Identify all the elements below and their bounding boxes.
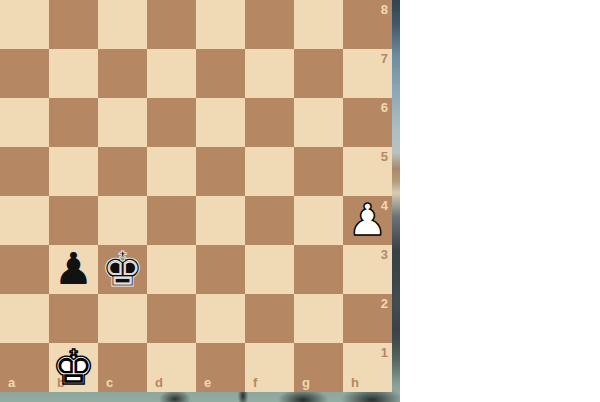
file-label-g: g [302, 376, 310, 389]
square-f6[interactable] [245, 98, 294, 147]
square-h7[interactable]: 7 [343, 49, 392, 98]
square-b4[interactable] [49, 196, 98, 245]
square-f4[interactable] [245, 196, 294, 245]
file-label-f: f [253, 376, 257, 389]
square-g1[interactable]: g [294, 343, 343, 392]
square-b7[interactable] [49, 49, 98, 98]
square-b2[interactable] [49, 294, 98, 343]
square-d6[interactable] [147, 98, 196, 147]
square-f8[interactable] [245, 0, 294, 49]
square-d4[interactable] [147, 196, 196, 245]
square-d1[interactable]: d [147, 343, 196, 392]
rank-label-7: 7 [381, 52, 388, 65]
square-a8[interactable] [0, 0, 49, 49]
square-a5[interactable] [0, 147, 49, 196]
square-a7[interactable] [0, 49, 49, 98]
square-e2[interactable] [196, 294, 245, 343]
square-b3[interactable]: ♟ [49, 245, 98, 294]
square-g5[interactable] [294, 147, 343, 196]
square-d2[interactable] [147, 294, 196, 343]
square-h4[interactable]: 4♟ [343, 196, 392, 245]
rank-label-8: 8 [381, 3, 388, 16]
square-h6[interactable]: 6 [343, 98, 392, 147]
square-c7[interactable] [98, 49, 147, 98]
square-c2[interactable] [98, 294, 147, 343]
square-d7[interactable] [147, 49, 196, 98]
square-f1[interactable]: f [245, 343, 294, 392]
square-g6[interactable] [294, 98, 343, 147]
square-b1[interactable]: b♚ [49, 343, 98, 392]
square-c6[interactable] [98, 98, 147, 147]
square-e7[interactable] [196, 49, 245, 98]
square-a3[interactable] [0, 245, 49, 294]
page: 87654♟♟♚32ab♚cdefg1h [0, 0, 600, 402]
square-f5[interactable] [245, 147, 294, 196]
rank-label-6: 6 [381, 101, 388, 114]
square-b6[interactable] [49, 98, 98, 147]
square-f3[interactable] [245, 245, 294, 294]
rank-label-5: 5 [381, 150, 388, 163]
white-king[interactable]: ♚ [49, 342, 98, 391]
square-e4[interactable] [196, 196, 245, 245]
square-g8[interactable] [294, 0, 343, 49]
square-h8[interactable]: 8 [343, 0, 392, 49]
square-e5[interactable] [196, 147, 245, 196]
square-e1[interactable]: e [196, 343, 245, 392]
rank-label-1: 1 [381, 346, 388, 359]
square-g3[interactable] [294, 245, 343, 294]
square-h3[interactable]: 3 [343, 245, 392, 294]
square-a1[interactable]: a [0, 343, 49, 392]
square-a2[interactable] [0, 294, 49, 343]
square-b5[interactable] [49, 147, 98, 196]
chess-board[interactable]: 87654♟♟♚32ab♚cdefg1h [0, 0, 392, 392]
square-d8[interactable] [147, 0, 196, 49]
square-d5[interactable] [147, 147, 196, 196]
file-label-h: h [351, 376, 359, 389]
file-label-c: c [106, 376, 113, 389]
square-g2[interactable] [294, 294, 343, 343]
black-king[interactable]: ♚ [98, 244, 147, 293]
square-a6[interactable] [0, 98, 49, 147]
blank-right-panel [400, 0, 600, 402]
square-e8[interactable] [196, 0, 245, 49]
square-d3[interactable] [147, 245, 196, 294]
square-e6[interactable] [196, 98, 245, 147]
square-g4[interactable] [294, 196, 343, 245]
square-f7[interactable] [245, 49, 294, 98]
white-pawn[interactable]: ♟ [343, 195, 392, 244]
square-c4[interactable] [98, 196, 147, 245]
square-f2[interactable] [245, 294, 294, 343]
square-h1[interactable]: 1h [343, 343, 392, 392]
square-c5[interactable] [98, 147, 147, 196]
square-c8[interactable] [98, 0, 147, 49]
square-c3[interactable]: ♚ [98, 245, 147, 294]
rank-label-3: 3 [381, 248, 388, 261]
file-label-d: d [155, 376, 163, 389]
square-b8[interactable] [49, 0, 98, 49]
black-pawn[interactable]: ♟ [49, 244, 98, 293]
square-h2[interactable]: 2 [343, 294, 392, 343]
square-e3[interactable] [196, 245, 245, 294]
square-a4[interactable] [0, 196, 49, 245]
square-h5[interactable]: 5 [343, 147, 392, 196]
square-g7[interactable] [294, 49, 343, 98]
rank-label-2: 2 [381, 297, 388, 310]
file-label-e: e [204, 376, 211, 389]
square-c1[interactable]: c [98, 343, 147, 392]
file-label-a: a [8, 376, 15, 389]
